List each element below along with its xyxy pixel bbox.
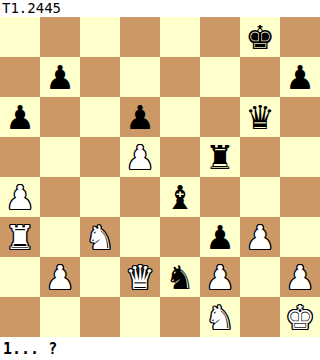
square-c4[interactable] (80, 177, 120, 217)
white-pawn[interactable]: ♟ (40, 257, 80, 297)
square-b1[interactable] (40, 297, 80, 337)
square-f6[interactable] (200, 97, 240, 137)
white-pawn[interactable]: ♟ (120, 137, 160, 177)
square-h2[interactable]: ♟ (280, 257, 320, 297)
black-king[interactable]: ♚ (240, 17, 280, 57)
square-b8[interactable] (40, 17, 80, 57)
black-knight[interactable]: ♞ (160, 257, 200, 297)
square-a3[interactable]: ♜ (0, 217, 40, 257)
square-d2[interactable]: ♛ (120, 257, 160, 297)
square-g1[interactable] (240, 297, 280, 337)
square-g7[interactable] (240, 57, 280, 97)
black-pawn[interactable]: ♟ (200, 217, 240, 257)
move-prompt: 1... ? (0, 337, 320, 360)
white-rook[interactable]: ♜ (0, 217, 40, 257)
white-pawn[interactable]: ♟ (200, 257, 240, 297)
square-b4[interactable] (40, 177, 80, 217)
square-h3[interactable] (280, 217, 320, 257)
square-d8[interactable] (120, 17, 160, 57)
square-b7[interactable]: ♟ (40, 57, 80, 97)
square-d1[interactable] (120, 297, 160, 337)
square-e3[interactable] (160, 217, 200, 257)
square-f5[interactable]: ♜ (200, 137, 240, 177)
black-pawn[interactable]: ♟ (40, 57, 80, 97)
square-h5[interactable] (280, 137, 320, 177)
black-queen[interactable]: ♛ (240, 97, 280, 137)
square-b6[interactable] (40, 97, 80, 137)
black-pawn[interactable]: ♟ (0, 97, 40, 137)
square-f4[interactable] (200, 177, 240, 217)
square-f8[interactable] (200, 17, 240, 57)
white-king[interactable]: ♚ (280, 297, 320, 337)
square-c5[interactable] (80, 137, 120, 177)
white-knight[interactable]: ♞ (80, 217, 120, 257)
square-g6[interactable]: ♛ (240, 97, 280, 137)
square-g4[interactable] (240, 177, 280, 217)
black-pawn[interactable]: ♟ (280, 57, 320, 97)
square-h8[interactable] (280, 17, 320, 57)
square-h6[interactable] (280, 97, 320, 137)
square-e7[interactable] (160, 57, 200, 97)
white-knight[interactable]: ♞ (200, 297, 240, 337)
square-a5[interactable] (0, 137, 40, 177)
square-b5[interactable] (40, 137, 80, 177)
square-g5[interactable] (240, 137, 280, 177)
square-d5[interactable]: ♟ (120, 137, 160, 177)
black-pawn[interactable]: ♟ (120, 97, 160, 137)
square-h1[interactable]: ♚ (280, 297, 320, 337)
square-c1[interactable] (80, 297, 120, 337)
chess-puzzle-page: T1.2445 ♚♟♟♟♟♛♟♜♟♝♜♞♟♟♟♛♞♟♟♞♚ 1... ? (0, 0, 320, 360)
puzzle-title: T1.2445 (0, 0, 320, 17)
square-e4[interactable]: ♝ (160, 177, 200, 217)
square-d4[interactable] (120, 177, 160, 217)
square-f1[interactable]: ♞ (200, 297, 240, 337)
square-c8[interactable] (80, 17, 120, 57)
square-d3[interactable] (120, 217, 160, 257)
square-e6[interactable] (160, 97, 200, 137)
square-e2[interactable]: ♞ (160, 257, 200, 297)
square-a7[interactable] (0, 57, 40, 97)
square-c7[interactable] (80, 57, 120, 97)
square-b2[interactable]: ♟ (40, 257, 80, 297)
square-f3[interactable]: ♟ (200, 217, 240, 257)
white-pawn[interactable]: ♟ (240, 217, 280, 257)
square-a6[interactable]: ♟ (0, 97, 40, 137)
square-g8[interactable]: ♚ (240, 17, 280, 57)
white-queen[interactable]: ♛ (120, 257, 160, 297)
square-f2[interactable]: ♟ (200, 257, 240, 297)
square-a4[interactable]: ♟ (0, 177, 40, 217)
square-d7[interactable] (120, 57, 160, 97)
chess-board: ♚♟♟♟♟♛♟♜♟♝♜♞♟♟♟♛♞♟♟♞♚ (0, 17, 320, 337)
square-h7[interactable]: ♟ (280, 57, 320, 97)
black-bishop[interactable]: ♝ (160, 177, 200, 217)
square-a8[interactable] (0, 17, 40, 57)
white-pawn[interactable]: ♟ (280, 257, 320, 297)
square-g2[interactable] (240, 257, 280, 297)
square-e1[interactable] (160, 297, 200, 337)
square-h4[interactable] (280, 177, 320, 217)
square-c6[interactable] (80, 97, 120, 137)
square-c2[interactable] (80, 257, 120, 297)
square-f7[interactable] (200, 57, 240, 97)
white-pawn[interactable]: ♟ (0, 177, 40, 217)
square-a1[interactable] (0, 297, 40, 337)
square-e8[interactable] (160, 17, 200, 57)
square-g3[interactable]: ♟ (240, 217, 280, 257)
square-e5[interactable] (160, 137, 200, 177)
square-c3[interactable]: ♞ (80, 217, 120, 257)
square-a2[interactable] (0, 257, 40, 297)
square-d6[interactable]: ♟ (120, 97, 160, 137)
black-rook[interactable]: ♜ (200, 137, 240, 177)
square-b3[interactable] (40, 217, 80, 257)
